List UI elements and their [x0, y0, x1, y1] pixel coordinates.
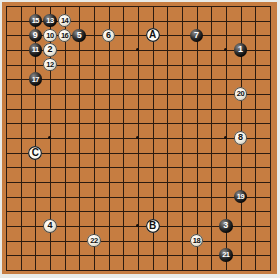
stone-black-1: 1: [234, 43, 248, 57]
move-number: 19: [237, 193, 244, 201]
board-grid: 12345678910111213141516171819202122ABC: [0, 0, 277, 277]
stone-white-10: 10: [43, 29, 57, 43]
move-number: 20: [237, 90, 244, 98]
move-number: 10: [46, 32, 53, 40]
star-point: [136, 136, 139, 139]
star-point: [136, 224, 139, 227]
stone-black-5: 5: [72, 29, 86, 43]
move-number: 16: [61, 32, 68, 40]
stone-black-3: 3: [219, 219, 233, 233]
move-number: 1: [238, 45, 243, 54]
move-number: 13: [46, 17, 53, 25]
marker-A: A: [146, 28, 160, 42]
move-number: 21: [222, 251, 229, 259]
move-number: 12: [46, 61, 53, 69]
move-number: 15: [32, 17, 39, 25]
stone-white-6: 6: [102, 29, 116, 43]
move-number: 14: [61, 17, 68, 25]
star-point: [136, 48, 139, 51]
stone-white-2: 2: [43, 43, 57, 57]
stone-white-18: 18: [190, 234, 204, 248]
stone-black-17: 17: [29, 72, 43, 86]
move-number: 4: [47, 221, 52, 230]
stone-black-7: 7: [190, 29, 204, 43]
stone-white-8: 8: [234, 131, 248, 145]
go-board[interactable]: 12345678910111213141516171819202122ABC: [2, 2, 277, 274]
stone-white-14: 14: [58, 14, 72, 28]
marker-B: B: [146, 219, 160, 233]
move-number: 17: [32, 76, 39, 84]
move-number: 7: [194, 31, 199, 40]
move-number: 5: [77, 31, 82, 40]
move-number: 18: [193, 237, 200, 245]
star-point: [48, 136, 51, 139]
move-number: 9: [33, 31, 38, 40]
move-number: 11: [32, 46, 39, 54]
stone-white-4: 4: [43, 219, 57, 233]
move-number: 6: [106, 31, 111, 40]
stone-white-22: 22: [87, 234, 101, 248]
stone-black-11: 11: [29, 43, 43, 57]
move-number: 8: [238, 133, 243, 142]
stone-white-16: 16: [58, 29, 72, 43]
stone-white-20: 20: [234, 87, 248, 101]
move-number: 3: [223, 221, 228, 230]
page-background: 12345678910111213141516171819202122ABC: [0, 0, 280, 278]
move-number: 2: [47, 45, 52, 54]
stone-black-13: 13: [43, 14, 57, 28]
move-number: 22: [90, 237, 97, 245]
star-point: [224, 136, 227, 139]
star-point: [224, 48, 227, 51]
stone-black-21: 21: [219, 248, 233, 262]
stone-black-9: 9: [29, 29, 43, 43]
stone-black-15: 15: [29, 14, 43, 28]
stone-black-19: 19: [234, 190, 248, 204]
marker-C: C: [28, 146, 42, 160]
stone-white-12: 12: [43, 58, 57, 72]
